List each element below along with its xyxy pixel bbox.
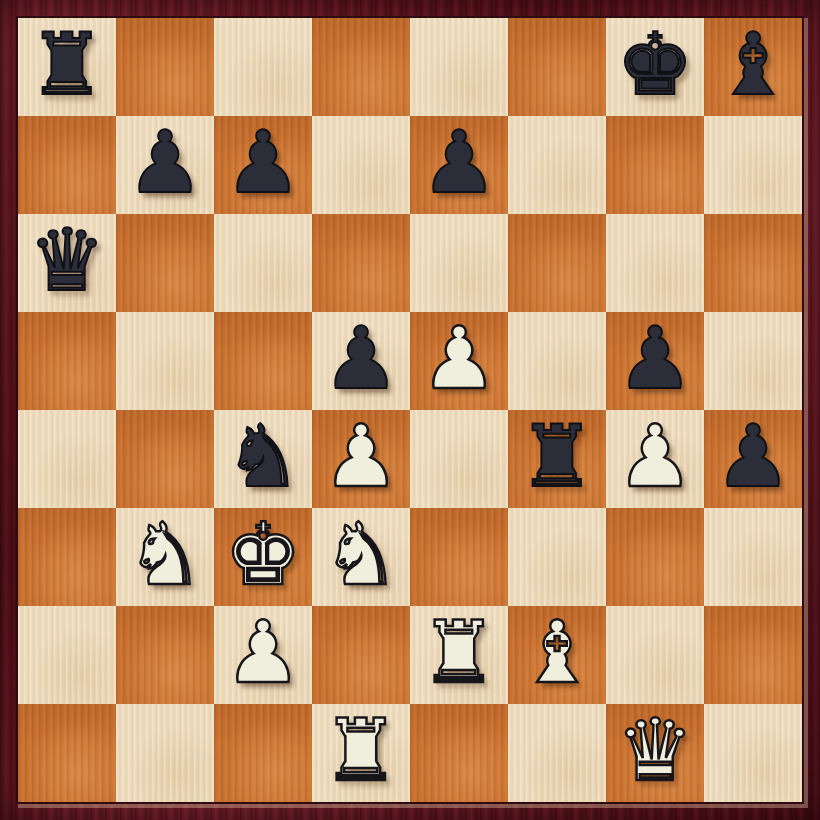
- square-h4[interactable]: ♟: [704, 410, 802, 508]
- square-b5[interactable]: [116, 312, 214, 410]
- square-f2[interactable]: ♝: [508, 606, 606, 704]
- square-d7[interactable]: [312, 116, 410, 214]
- square-d5[interactable]: ♟: [312, 312, 410, 410]
- white-pawn-d4[interactable]: ♟: [322, 413, 399, 499]
- white-pawn-e5[interactable]: ♟: [420, 315, 497, 401]
- square-c6[interactable]: [214, 214, 312, 312]
- square-a3[interactable]: [18, 508, 116, 606]
- black-pawn-g5[interactable]: ♟: [616, 315, 693, 401]
- square-e8[interactable]: [410, 18, 508, 116]
- square-f5[interactable]: [508, 312, 606, 410]
- square-d4[interactable]: ♟: [312, 410, 410, 508]
- square-g5[interactable]: ♟: [606, 312, 704, 410]
- white-bishop-f2[interactable]: ♝: [518, 609, 595, 695]
- square-a5[interactable]: [18, 312, 116, 410]
- square-d3[interactable]: ♞: [312, 508, 410, 606]
- square-g4[interactable]: ♟: [606, 410, 704, 508]
- white-pawn-c2[interactable]: ♟: [224, 609, 301, 695]
- square-c7[interactable]: ♟: [214, 116, 312, 214]
- square-g2[interactable]: [606, 606, 704, 704]
- square-f8[interactable]: [508, 18, 606, 116]
- square-e2[interactable]: ♜: [410, 606, 508, 704]
- square-e1[interactable]: [410, 704, 508, 802]
- square-d1[interactable]: ♜: [312, 704, 410, 802]
- square-g7[interactable]: [606, 116, 704, 214]
- square-h6[interactable]: [704, 214, 802, 312]
- white-rook-d1[interactable]: ♜: [322, 707, 399, 793]
- square-e3[interactable]: [410, 508, 508, 606]
- white-knight-b3[interactable]: ♞: [126, 511, 203, 597]
- square-c3[interactable]: ♚: [214, 508, 312, 606]
- black-queen-a6[interactable]: ♛: [28, 217, 105, 303]
- square-g1[interactable]: ♛: [606, 704, 704, 802]
- square-e5[interactable]: ♟: [410, 312, 508, 410]
- square-c5[interactable]: [214, 312, 312, 410]
- square-e6[interactable]: [410, 214, 508, 312]
- square-b7[interactable]: ♟: [116, 116, 214, 214]
- square-a1[interactable]: [18, 704, 116, 802]
- square-b3[interactable]: ♞: [116, 508, 214, 606]
- square-c4[interactable]: ♞: [214, 410, 312, 508]
- square-f1[interactable]: [508, 704, 606, 802]
- square-f6[interactable]: [508, 214, 606, 312]
- square-f4[interactable]: ♜: [508, 410, 606, 508]
- board-frame: ♜♚♝♟♟♟♛♟♟♟♞♟♜♟♟♞♚♞♟♜♝♜♛: [0, 0, 820, 820]
- square-h8[interactable]: ♝: [704, 18, 802, 116]
- square-f7[interactable]: [508, 116, 606, 214]
- square-b4[interactable]: [116, 410, 214, 508]
- black-pawn-h4[interactable]: ♟: [714, 413, 791, 499]
- square-a6[interactable]: ♛: [18, 214, 116, 312]
- white-knight-d3[interactable]: ♞: [322, 511, 399, 597]
- black-pawn-e7[interactable]: ♟: [420, 119, 497, 205]
- square-d8[interactable]: [312, 18, 410, 116]
- square-c8[interactable]: [214, 18, 312, 116]
- black-rook-f4[interactable]: ♜: [518, 413, 595, 499]
- square-b1[interactable]: [116, 704, 214, 802]
- square-c1[interactable]: [214, 704, 312, 802]
- black-rook-a8[interactable]: ♜: [28, 21, 105, 107]
- square-a2[interactable]: [18, 606, 116, 704]
- square-g8[interactable]: ♚: [606, 18, 704, 116]
- white-pawn-g4[interactable]: ♟: [616, 413, 693, 499]
- white-rook-e2[interactable]: ♜: [420, 609, 497, 695]
- square-a7[interactable]: [18, 116, 116, 214]
- black-pawn-c7[interactable]: ♟: [224, 119, 301, 205]
- black-knight-c4[interactable]: ♞: [224, 413, 301, 499]
- square-h2[interactable]: [704, 606, 802, 704]
- square-h5[interactable]: [704, 312, 802, 410]
- square-g3[interactable]: [606, 508, 704, 606]
- black-bishop-h8[interactable]: ♝: [714, 21, 791, 107]
- square-g6[interactable]: [606, 214, 704, 312]
- square-b8[interactable]: [116, 18, 214, 116]
- square-c2[interactable]: ♟: [214, 606, 312, 704]
- square-d6[interactable]: [312, 214, 410, 312]
- square-h1[interactable]: [704, 704, 802, 802]
- black-pawn-d5[interactable]: ♟: [322, 315, 399, 401]
- white-king-c3[interactable]: ♚: [224, 511, 301, 597]
- square-d2[interactable]: [312, 606, 410, 704]
- white-queen-g1[interactable]: ♛: [616, 707, 693, 793]
- square-a4[interactable]: [18, 410, 116, 508]
- square-b2[interactable]: [116, 606, 214, 704]
- square-a8[interactable]: ♜: [18, 18, 116, 116]
- square-b6[interactable]: [116, 214, 214, 312]
- black-king-g8[interactable]: ♚: [616, 21, 693, 107]
- square-h3[interactable]: [704, 508, 802, 606]
- square-e7[interactable]: ♟: [410, 116, 508, 214]
- square-f3[interactable]: [508, 508, 606, 606]
- black-pawn-b7[interactable]: ♟: [126, 119, 203, 205]
- chess-board: ♜♚♝♟♟♟♛♟♟♟♞♟♜♟♟♞♚♞♟♜♝♜♛: [18, 18, 802, 802]
- square-h7[interactable]: [704, 116, 802, 214]
- square-e4[interactable]: [410, 410, 508, 508]
